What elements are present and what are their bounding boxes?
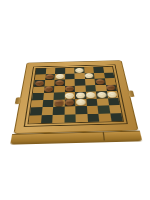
checker-light-piece: ⛀ [85, 73, 94, 78]
checker-dark-piece: ⛂ [54, 100, 64, 107]
checker-dark-piece: ⛂ [44, 86, 53, 92]
square-f1 [87, 113, 99, 122]
square-h1 [110, 113, 123, 121]
checker-dark-piece: ⛂ [65, 86, 74, 92]
checker-light-piece: ⛀ [86, 92, 96, 98]
checker-light-piece: ⛀ [65, 93, 74, 99]
hinge-right [128, 90, 135, 97]
scene-tilt: ⛀⛂⛀⛀⛂⛂⛂⛂⛂⛂⛀⛀⛀⛀⛀⛂⛂⛀ [0, 0, 150, 200]
square-e1 [75, 114, 87, 123]
checker-light-piece: ⛀ [55, 74, 64, 79]
checker-dark-piece: ⛂ [35, 80, 44, 86]
square-a1 [29, 115, 42, 124]
checker-dark-piece: ⛂ [95, 79, 104, 85]
square-d1 [64, 114, 76, 123]
checker-dark-piece: ⛂ [55, 80, 64, 86]
checker-dark-piece: ⛂ [45, 74, 54, 79]
checker-dark-piece: ⛂ [106, 85, 116, 91]
checker-dark-piece: ⛂ [65, 99, 74, 106]
checker-light-piece: ⛀ [97, 92, 107, 98]
board-front-edge [10, 131, 142, 145]
product-photo: ⛀⛂⛀⛀⛂⛂⛂⛂⛂⛂⛀⛀⛀⛀⛀⛂⛂⛀ [0, 0, 150, 200]
square-c1 [52, 114, 64, 123]
board-frame: ⛀⛂⛀⛀⛂⛂⛂⛂⛂⛂⛀⛀⛀⛀⛀⛂⛂⛀ [13, 60, 138, 134]
checker-light-piece: ⛀ [76, 92, 85, 98]
checker-light-piece: ⛀ [76, 99, 86, 106]
board-grid: ⛀⛂⛀⛀⛂⛂⛂⛂⛂⛂⛀⛀⛀⛀⛀⛂⛂⛀ [27, 66, 124, 124]
checker-light-piece: ⛀ [107, 91, 117, 97]
board-pinstripe: ⛀⛂⛀⛀⛂⛂⛂⛂⛂⛂⛀⛀⛀⛀⛀⛂⛂⛀ [24, 64, 128, 126]
square-b1 [40, 115, 52, 124]
checkers-board: ⛀⛂⛀⛀⛂⛂⛂⛂⛂⛂⛀⛀⛀⛀⛀⛂⛂⛀ [13, 60, 138, 134]
